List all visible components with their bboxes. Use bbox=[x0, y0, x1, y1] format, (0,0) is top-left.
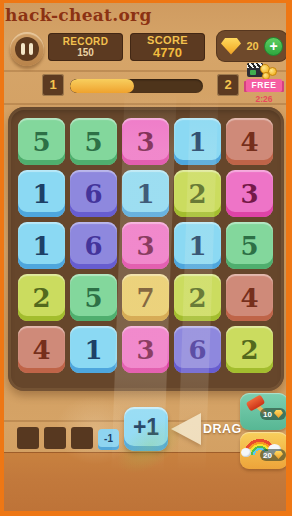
level-progress-fill bbox=[70, 79, 134, 93]
next-tile-draggable[interactable]: +1 bbox=[124, 407, 168, 451]
tile-r5c5[interactable]: 2 bbox=[226, 326, 273, 373]
record-panel: RECORD 150 bbox=[48, 33, 123, 61]
game-screen: hack-cheat.org RECORD 150 SCORE 4770 20 … bbox=[0, 0, 292, 516]
gem-panel: 20 + bbox=[216, 30, 288, 62]
gem-count: 20 bbox=[241, 40, 264, 52]
record-value: 150 bbox=[77, 47, 94, 58]
free-ribbon-label: FREE bbox=[246, 79, 282, 92]
tile-r5c2[interactable]: 1 bbox=[70, 326, 117, 373]
pause-icon bbox=[15, 37, 39, 61]
tile-r5c3[interactable]: 3 bbox=[122, 326, 169, 373]
queue-penalty-tile: -1 bbox=[98, 429, 119, 450]
tile-r3c3[interactable]: 3 bbox=[122, 222, 169, 269]
rainbow-price: 20 bbox=[260, 449, 286, 461]
tile-r1c1[interactable]: 5 bbox=[18, 118, 65, 165]
drag-label: DRAG bbox=[203, 422, 242, 436]
hammer-booster-button[interactable]: 10 bbox=[240, 393, 288, 430]
tile-r4c2[interactable]: 5 bbox=[70, 274, 117, 321]
record-label: RECORD bbox=[63, 36, 109, 47]
gem-icon bbox=[274, 410, 283, 418]
tile-r2c1[interactable]: 1 bbox=[18, 170, 65, 217]
tile-r3c1[interactable]: 1 bbox=[18, 222, 65, 269]
tile-r5c1[interactable]: 4 bbox=[18, 326, 65, 373]
drag-arrow-icon bbox=[171, 413, 201, 445]
free-timer: 2:26 bbox=[245, 94, 283, 104]
watermark-text: hack-cheat.org bbox=[5, 5, 152, 25]
tile-r2c4[interactable]: 2 bbox=[174, 170, 221, 217]
tile-r2c2[interactable]: 6 bbox=[70, 170, 117, 217]
queue-slot bbox=[71, 427, 93, 449]
tile-r4c5[interactable]: 4 bbox=[226, 274, 273, 321]
level-progress-bar bbox=[70, 79, 203, 93]
tile-r2c5[interactable]: 3 bbox=[226, 170, 273, 217]
board-grid: 5531416123163152572441362 bbox=[18, 118, 273, 373]
cloud-icon bbox=[241, 448, 251, 457]
gem-icon bbox=[274, 451, 283, 459]
gem-icon bbox=[221, 38, 241, 55]
rainbow-booster-button[interactable]: 20 bbox=[240, 432, 288, 469]
add-gems-button[interactable]: + bbox=[264, 37, 283, 56]
tile-r1c5[interactable]: 4 bbox=[226, 118, 273, 165]
tile-r1c3[interactable]: 3 bbox=[122, 118, 169, 165]
level-next: 2 bbox=[217, 74, 239, 96]
tile-r1c2[interactable]: 5 bbox=[70, 118, 117, 165]
free-reward-button[interactable]: FREE 2:26 bbox=[245, 61, 285, 105]
score-panel: SCORE 4770 bbox=[130, 33, 205, 61]
tile-r3c4[interactable]: 1 bbox=[174, 222, 221, 269]
queue-slot bbox=[17, 427, 39, 449]
hammer-price: 10 bbox=[260, 408, 286, 420]
tile-r2c3[interactable]: 1 bbox=[122, 170, 169, 217]
pause-button[interactable] bbox=[10, 32, 44, 66]
tile-r1c4[interactable]: 1 bbox=[174, 118, 221, 165]
score-value: 4770 bbox=[153, 46, 182, 60]
tile-r4c3[interactable]: 7 bbox=[122, 274, 169, 321]
queue-slots bbox=[17, 427, 93, 449]
tile-r3c5[interactable]: 5 bbox=[226, 222, 273, 269]
tile-r3c2[interactable]: 6 bbox=[70, 222, 117, 269]
queue-slot bbox=[44, 427, 66, 449]
tile-r4c1[interactable]: 2 bbox=[18, 274, 65, 321]
tile-r5c4[interactable]: 6 bbox=[174, 326, 221, 373]
level-current: 1 bbox=[42, 74, 64, 96]
tile-r4c4[interactable]: 2 bbox=[174, 274, 221, 321]
